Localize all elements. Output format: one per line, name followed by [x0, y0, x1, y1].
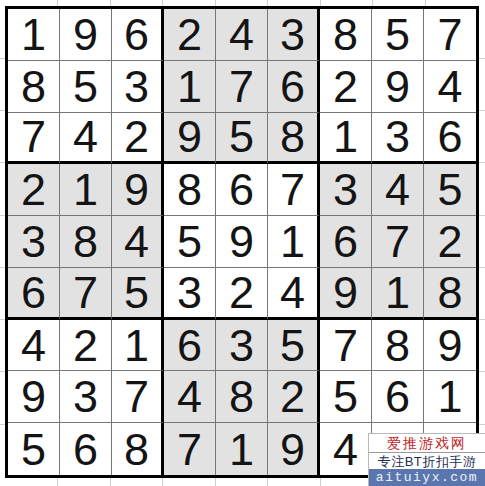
sudoku-cell-r1c8[interactable]: 5: [372, 9, 424, 61]
watermark-slogan: 专注BT折扣手游: [369, 453, 485, 469]
sudoku-cell-r3c9[interactable]: 6: [424, 113, 476, 165]
sudoku-cell-r3c6[interactable]: 8: [268, 113, 320, 165]
sudoku-cell-r3c7[interactable]: 1: [320, 113, 372, 165]
sudoku-cell-r4c1[interactable]: 2: [8, 164, 60, 216]
sudoku-cell-r1c3[interactable]: 6: [112, 9, 164, 61]
sudoku-cell-r5c9[interactable]: 2: [424, 216, 476, 268]
sudoku-board: 1962438578531762947429581362198673453845…: [5, 6, 479, 478]
sudoku-cell-r8c1[interactable]: 9: [8, 371, 60, 423]
sudoku-cell-r5c1[interactable]: 3: [8, 216, 60, 268]
watermark-box: 爱推游戏网 专注BT折扣手游 aituiyx.com: [368, 433, 485, 486]
sudoku-cell-r4c7[interactable]: 3: [320, 164, 372, 216]
sudoku-cell-r7c4[interactable]: 6: [164, 320, 216, 372]
sudoku-cell-r2c5[interactable]: 7: [216, 61, 268, 113]
sudoku-cell-r3c5[interactable]: 5: [216, 113, 268, 165]
sudoku-cell-r6c8[interactable]: 1: [372, 268, 424, 320]
sudoku-cell-r1c6[interactable]: 3: [268, 9, 320, 61]
sudoku-cell-r3c4[interactable]: 9: [164, 113, 216, 165]
sudoku-cell-r3c3[interactable]: 2: [112, 113, 164, 165]
sudoku-cell-r8c7[interactable]: 5: [320, 371, 372, 423]
sudoku-cell-r4c4[interactable]: 8: [164, 164, 216, 216]
sudoku-cell-r6c1[interactable]: 6: [8, 268, 60, 320]
sudoku-cell-r8c3[interactable]: 7: [112, 371, 164, 423]
sudoku-cell-r2c9[interactable]: 4: [424, 61, 476, 113]
sudoku-cell-r1c5[interactable]: 4: [216, 9, 268, 61]
sudoku-cell-r6c9[interactable]: 8: [424, 268, 476, 320]
sudoku-cell-r6c2[interactable]: 7: [60, 268, 112, 320]
sudoku-screenshot: 1962438578531762947429581362198673453845…: [0, 0, 485, 486]
sudoku-cell-r6c7[interactable]: 9: [320, 268, 372, 320]
sudoku-cell-r7c2[interactable]: 2: [60, 320, 112, 372]
sudoku-cell-r8c8[interactable]: 6: [372, 371, 424, 423]
sudoku-cell-r9c7[interactable]: 4: [320, 423, 372, 475]
sudoku-cell-r5c6[interactable]: 1: [268, 216, 320, 268]
sudoku-cell-r4c5[interactable]: 6: [216, 164, 268, 216]
sudoku-cell-r1c1[interactable]: 1: [8, 9, 60, 61]
sudoku-cell-r7c7[interactable]: 7: [320, 320, 372, 372]
sudoku-cell-r2c7[interactable]: 2: [320, 61, 372, 113]
sudoku-cell-r7c1[interactable]: 4: [8, 320, 60, 372]
sudoku-cell-r9c3[interactable]: 8: [112, 423, 164, 475]
sudoku-cell-r3c8[interactable]: 3: [372, 113, 424, 165]
sudoku-cell-r1c4[interactable]: 2: [164, 9, 216, 61]
watermark-url: aituiyx.com: [369, 469, 485, 486]
sudoku-cell-r4c8[interactable]: 4: [372, 164, 424, 216]
sudoku-cell-r1c2[interactable]: 9: [60, 9, 112, 61]
sudoku-cell-r9c1[interactable]: 5: [8, 423, 60, 475]
sudoku-cell-r4c3[interactable]: 9: [112, 164, 164, 216]
sudoku-cell-r8c4[interactable]: 4: [164, 371, 216, 423]
sudoku-cell-r8c2[interactable]: 3: [60, 371, 112, 423]
sudoku-cell-r7c8[interactable]: 8: [372, 320, 424, 372]
sudoku-cell-r4c2[interactable]: 1: [60, 164, 112, 216]
sudoku-cell-r9c4[interactable]: 7: [164, 423, 216, 475]
sudoku-cell-r8c6[interactable]: 2: [268, 371, 320, 423]
sudoku-cell-r6c4[interactable]: 3: [164, 268, 216, 320]
sudoku-cell-r2c1[interactable]: 8: [8, 61, 60, 113]
sudoku-cell-r5c2[interactable]: 8: [60, 216, 112, 268]
watermark-site-name: 爱推游戏网: [369, 434, 485, 453]
sudoku-cell-r7c5[interactable]: 3: [216, 320, 268, 372]
sudoku-cell-r8c5[interactable]: 8: [216, 371, 268, 423]
sudoku-cell-r6c5[interactable]: 2: [216, 268, 268, 320]
sudoku-cell-r6c6[interactable]: 4: [268, 268, 320, 320]
sudoku-cell-r9c2[interactable]: 6: [60, 423, 112, 475]
sudoku-cell-r3c2[interactable]: 4: [60, 113, 112, 165]
sudoku-cell-r9c5[interactable]: 1: [216, 423, 268, 475]
sudoku-cell-r2c8[interactable]: 9: [372, 61, 424, 113]
sudoku-cell-r2c4[interactable]: 1: [164, 61, 216, 113]
sudoku-cell-r2c3[interactable]: 3: [112, 61, 164, 113]
sudoku-cell-r3c1[interactable]: 7: [8, 113, 60, 165]
sudoku-cell-r1c9[interactable]: 7: [424, 9, 476, 61]
sudoku-cell-r7c9[interactable]: 9: [424, 320, 476, 372]
sudoku-cell-r5c4[interactable]: 5: [164, 216, 216, 268]
sudoku-cell-r1c7[interactable]: 8: [320, 9, 372, 61]
sudoku-cell-r7c3[interactable]: 1: [112, 320, 164, 372]
sudoku-cell-r2c2[interactable]: 5: [60, 61, 112, 113]
sudoku-cell-r4c9[interactable]: 5: [424, 164, 476, 216]
sudoku-cell-r6c3[interactable]: 5: [112, 268, 164, 320]
sudoku-cell-r5c3[interactable]: 4: [112, 216, 164, 268]
sudoku-cell-r5c5[interactable]: 9: [216, 216, 268, 268]
sudoku-cell-r2c6[interactable]: 6: [268, 61, 320, 113]
sudoku-cell-r7c6[interactable]: 5: [268, 320, 320, 372]
sudoku-cell-r4c6[interactable]: 7: [268, 164, 320, 216]
sudoku-cell-r5c7[interactable]: 6: [320, 216, 372, 268]
sudoku-cell-r9c6[interactable]: 9: [268, 423, 320, 475]
sudoku-cell-r5c8[interactable]: 7: [372, 216, 424, 268]
sudoku-cell-r8c9[interactable]: 1: [424, 371, 476, 423]
